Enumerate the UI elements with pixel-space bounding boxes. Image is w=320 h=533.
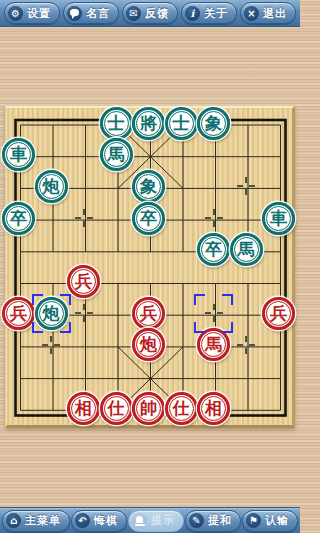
gear-icon: ⚙ [8,6,23,21]
speech-icon [67,6,82,21]
red-piece-相[interactable]: 相 [67,392,100,425]
about-button[interactable]: i关于 [181,2,237,24]
black-piece-馬[interactable]: 馬 [230,233,263,266]
black-piece-車[interactable]: 車 [2,138,35,171]
offer-draw-label: 提和 [208,513,232,528]
undo-icon: ↶ [75,513,90,528]
black-piece-象[interactable]: 象 [132,170,165,203]
black-piece-車[interactable]: 車 [262,202,295,235]
home-icon: ⌂ [6,513,21,528]
red-piece-兵[interactable]: 兵 [67,265,100,298]
red-piece-炮[interactable]: 炮 [132,328,165,361]
feedback-button[interactable]: ✉反馈 [122,2,178,24]
main-menu-label: 主菜单 [25,513,61,528]
flag-icon: ⚑ [246,513,261,528]
red-piece-相[interactable]: 相 [197,392,230,425]
hint-button: 提示 [128,510,184,532]
point-marker [75,209,93,227]
mail-icon: ✉ [126,6,141,21]
exit-label: 退出 [263,6,287,21]
bracket-corner [222,294,233,305]
hint-label: 提示 [151,513,175,528]
black-piece-卒[interactable]: 卒 [197,233,230,266]
top-toolbar: ⚙设置名言✉反馈i关于×退出 [0,0,300,27]
black-piece-士[interactable]: 士 [100,107,133,140]
red-piece-兵[interactable]: 兵 [2,297,35,330]
red-piece-帥[interactable]: 帥 [132,392,165,425]
quotes-button[interactable]: 名言 [63,2,119,24]
bottom-toolbar: ⌂主菜单↶悔棋提示✎提和⚑认输 [0,507,300,533]
undo-move-button[interactable]: ↶悔棋 [71,510,127,532]
black-piece-卒[interactable]: 卒 [132,202,165,235]
red-piece-兵[interactable]: 兵 [262,297,295,330]
quotes-label: 名言 [86,6,110,21]
black-piece-士[interactable]: 士 [165,107,198,140]
close-icon: × [244,6,259,21]
offer-draw-button[interactable]: ✎提和 [185,510,241,532]
board-grid: 士將士象車馬炮象卒卒車卒馬兵兵炮兵兵炮馬相仕帥仕相 [2,107,295,424]
xiangqi-board: 士將士象車馬炮象卒卒車卒馬兵兵炮兵兵炮馬相仕帥仕相 [5,106,295,428]
settings-button[interactable]: ⚙设置 [4,2,60,24]
info-icon: i [185,6,200,21]
black-piece-炮[interactable]: 炮 [35,170,68,203]
black-piece-炮[interactable]: 炮 [35,297,68,330]
black-piece-卒[interactable]: 卒 [2,202,35,235]
point-marker [237,336,255,354]
black-piece-將[interactable]: 將 [132,107,165,140]
point-marker [205,209,223,227]
about-label: 关于 [204,6,228,21]
red-piece-仕[interactable]: 仕 [165,392,198,425]
red-piece-馬[interactable]: 馬 [197,328,230,361]
point-marker [237,177,255,195]
pencil-icon: ✎ [189,513,204,528]
black-piece-象[interactable]: 象 [197,107,230,140]
resign-label: 认输 [265,513,289,528]
red-piece-兵[interactable]: 兵 [132,297,165,330]
exit-button[interactable]: ×退出 [240,2,296,24]
feedback-label: 反馈 [145,6,169,21]
undo-move-label: 悔棋 [94,513,118,528]
bracket-corner [194,294,205,305]
point-marker [42,336,60,354]
red-piece-仕[interactable]: 仕 [100,392,133,425]
settings-label: 设置 [27,6,51,21]
main-menu-button[interactable]: ⌂主菜单 [2,510,70,532]
bell-icon [132,513,147,528]
point-marker [205,304,223,322]
black-piece-馬[interactable]: 馬 [100,138,133,171]
resign-button[interactable]: ⚑认输 [242,510,298,532]
point-marker [75,304,93,322]
